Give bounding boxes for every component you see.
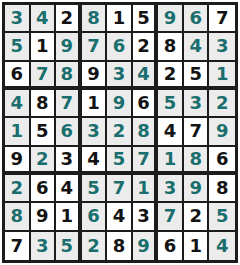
cell-r8c6[interactable]: 3 (133, 203, 159, 231)
cell-r5c7[interactable]: 4 (158, 118, 184, 146)
cell-r5c1[interactable]: 1 (5, 118, 31, 146)
cell-r1c6[interactable]: 5 (133, 5, 159, 33)
cell-r3c6[interactable]: 4 (133, 62, 159, 90)
cell-r9c6[interactable]: 9 (133, 232, 159, 260)
cell-r5c9[interactable]: 9 (209, 118, 235, 146)
cell-r2c2[interactable]: 1 (31, 33, 57, 61)
cell-r8c8[interactable]: 2 (184, 203, 210, 231)
cell-r9c5[interactable]: 8 (107, 232, 133, 260)
cell-r9c1[interactable]: 7 (5, 232, 31, 260)
cell-r5c5[interactable]: 2 (107, 118, 133, 146)
cell-r7c3[interactable]: 4 (56, 175, 82, 203)
cell-r9c4[interactable]: 2 (82, 232, 108, 260)
cell-r7c2[interactable]: 6 (31, 175, 57, 203)
cell-r2c1[interactable]: 5 (5, 33, 31, 61)
cell-r1c9[interactable]: 7 (209, 5, 235, 33)
cell-r8c3[interactable]: 1 (56, 203, 82, 231)
cell-r6c8[interactable]: 8 (184, 147, 210, 175)
cell-r4c8[interactable]: 3 (184, 90, 210, 118)
cell-r1c3[interactable]: 2 (56, 5, 82, 33)
cell-r3c2[interactable]: 7 (31, 62, 57, 90)
cell-r7c9[interactable]: 8 (209, 175, 235, 203)
cell-r1c4[interactable]: 8 (82, 5, 108, 33)
cell-r4c4[interactable]: 1 (82, 90, 108, 118)
cell-r4c6[interactable]: 6 (133, 90, 159, 118)
cell-r6c4[interactable]: 4 (82, 147, 108, 175)
cell-r5c6[interactable]: 8 (133, 118, 159, 146)
cell-r8c5[interactable]: 4 (107, 203, 133, 231)
cell-r2c9[interactable]: 3 (209, 33, 235, 61)
cell-r9c9[interactable]: 4 (209, 232, 235, 260)
cell-r8c2[interactable]: 9 (31, 203, 57, 231)
cell-r7c8[interactable]: 9 (184, 175, 210, 203)
cell-r9c8[interactable]: 1 (184, 232, 210, 260)
cell-r8c4[interactable]: 6 (82, 203, 108, 231)
cell-r5c2[interactable]: 5 (31, 118, 57, 146)
cell-r6c2[interactable]: 2 (31, 147, 57, 175)
cell-r7c7[interactable]: 3 (158, 175, 184, 203)
cell-r9c7[interactable]: 6 (158, 232, 184, 260)
cell-r4c3[interactable]: 7 (56, 90, 82, 118)
cell-r6c3[interactable]: 3 (56, 147, 82, 175)
cell-r4c2[interactable]: 8 (31, 90, 57, 118)
cell-r7c6[interactable]: 1 (133, 175, 159, 203)
cell-r1c5[interactable]: 1 (107, 5, 133, 33)
cell-r3c7[interactable]: 2 (158, 62, 184, 90)
cell-r8c1[interactable]: 8 (5, 203, 31, 231)
cell-r2c7[interactable]: 8 (158, 33, 184, 61)
cell-r6c7[interactable]: 1 (158, 147, 184, 175)
cell-r9c3[interactable]: 5 (56, 232, 82, 260)
cell-r2c6[interactable]: 2 (133, 33, 159, 61)
sudoku-board: 3428159675197628436789342514871965321563… (2, 2, 238, 263)
cell-r7c5[interactable]: 7 (107, 175, 133, 203)
cell-r7c1[interactable]: 2 (5, 175, 31, 203)
cell-r1c7[interactable]: 9 (158, 5, 184, 33)
cell-r6c1[interactable]: 9 (5, 147, 31, 175)
cell-r8c9[interactable]: 5 (209, 203, 235, 231)
cell-r1c8[interactable]: 6 (184, 5, 210, 33)
cell-r6c9[interactable]: 6 (209, 147, 235, 175)
cell-r5c8[interactable]: 7 (184, 118, 210, 146)
cell-r3c3[interactable]: 8 (56, 62, 82, 90)
cell-r5c3[interactable]: 6 (56, 118, 82, 146)
cell-r1c2[interactable]: 4 (31, 5, 57, 33)
cell-r3c8[interactable]: 5 (184, 62, 210, 90)
cell-r1c1[interactable]: 3 (5, 5, 31, 33)
cell-r2c5[interactable]: 6 (107, 33, 133, 61)
cell-r4c5[interactable]: 9 (107, 90, 133, 118)
cell-r4c9[interactable]: 2 (209, 90, 235, 118)
cell-r2c8[interactable]: 4 (184, 33, 210, 61)
cell-r6c5[interactable]: 5 (107, 147, 133, 175)
cell-r9c2[interactable]: 3 (31, 232, 57, 260)
cell-r8c7[interactable]: 7 (158, 203, 184, 231)
cell-r3c5[interactable]: 3 (107, 62, 133, 90)
cell-r3c1[interactable]: 6 (5, 62, 31, 90)
cell-r5c4[interactable]: 3 (82, 118, 108, 146)
cell-r6c6[interactable]: 7 (133, 147, 159, 175)
cell-r3c9[interactable]: 1 (209, 62, 235, 90)
cell-r3c4[interactable]: 9 (82, 62, 108, 90)
cell-r7c4[interactable]: 5 (82, 175, 108, 203)
cell-r2c3[interactable]: 9 (56, 33, 82, 61)
cell-r2c4[interactable]: 7 (82, 33, 108, 61)
cell-r4c7[interactable]: 5 (158, 90, 184, 118)
cell-r4c1[interactable]: 4 (5, 90, 31, 118)
